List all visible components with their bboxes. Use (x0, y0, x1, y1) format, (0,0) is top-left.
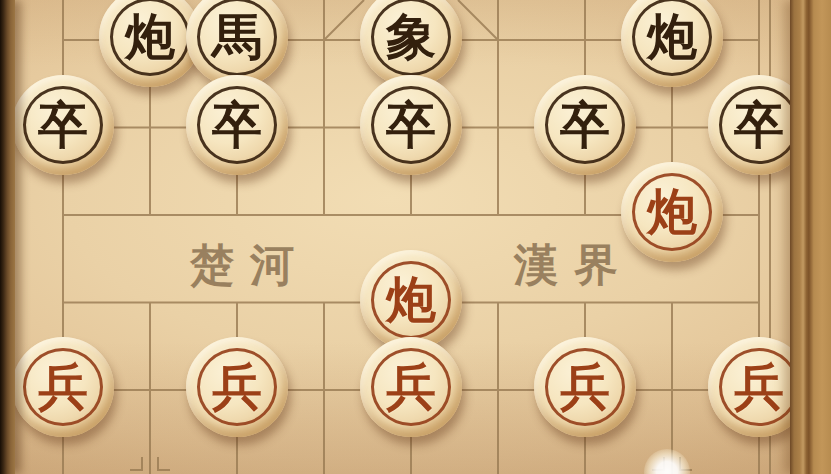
piece-red-soldier-c6[interactable]: 兵 (186, 337, 288, 437)
piece-glyph: 卒 (12, 75, 114, 175)
piece-red-soldier-g6[interactable]: 兵 (534, 337, 636, 437)
river-label-han-jie: 漢界 (514, 236, 634, 295)
piece-black-soldier-a3[interactable]: 卒 (12, 75, 114, 175)
piece-glyph: 兵 (186, 337, 288, 437)
piece-glyph: 炮 (621, 162, 723, 262)
piece-red-soldier-e6[interactable]: 兵 (360, 337, 462, 437)
piece-black-soldier-e3[interactable]: 卒 (360, 75, 462, 175)
piece-glyph: 兵 (534, 337, 636, 437)
board-frame-left (0, 0, 15, 474)
piece-black-soldier-g3[interactable]: 卒 (534, 75, 636, 175)
piece-glyph: 兵 (360, 337, 462, 437)
piece-glyph: 卒 (534, 75, 636, 175)
piece-glyph: 兵 (12, 337, 114, 437)
piece-red-cannon-h4[interactable]: 炮 (621, 162, 723, 262)
piece-glyph: 卒 (360, 75, 462, 175)
piece-glyph: 炮 (360, 250, 462, 350)
board-frame-right (790, 0, 831, 474)
piece-black-soldier-c3[interactable]: 卒 (186, 75, 288, 175)
piece-red-soldier-a6[interactable]: 兵 (12, 337, 114, 437)
piece-glyph: 卒 (186, 75, 288, 175)
river-label-chu-he: 楚河 (190, 236, 310, 295)
piece-red-cannon-e5[interactable]: 炮 (360, 250, 462, 350)
xiangqi-app: 楚河 漢界 炮馬象炮卒卒卒卒卒炮炮兵兵兵兵兵 (0, 0, 831, 474)
